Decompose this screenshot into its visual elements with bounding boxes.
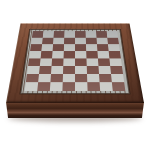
frame-front-side — [6, 102, 144, 118]
square-f3 — [87, 66, 99, 74]
square-b3 — [39, 66, 52, 74]
board-perspective-wrap — [6, 0, 144, 103]
square-g1 — [100, 82, 113, 91]
square-d6 — [64, 44, 75, 51]
square-b1 — [37, 82, 50, 91]
square-e4 — [75, 58, 87, 66]
square-e3 — [75, 66, 87, 74]
square-d3 — [63, 66, 75, 74]
square-h3 — [110, 66, 123, 74]
square-f5 — [86, 51, 98, 58]
square-h4 — [109, 58, 122, 66]
square-c6 — [53, 44, 64, 51]
square-g5 — [97, 51, 109, 58]
square-h1 — [112, 82, 125, 91]
square-c3 — [51, 66, 63, 74]
square-d2 — [63, 74, 75, 82]
square-f6 — [86, 44, 97, 51]
square-d4 — [63, 58, 75, 66]
square-g6 — [97, 44, 109, 51]
square-f2 — [87, 74, 100, 82]
square-c2 — [50, 74, 63, 82]
square-a3 — [27, 66, 40, 74]
square-c4 — [52, 58, 64, 66]
square-h5 — [109, 51, 121, 58]
square-b4 — [40, 58, 52, 66]
square-f1 — [87, 82, 100, 91]
square-c5 — [52, 51, 64, 58]
square-c1 — [50, 82, 63, 91]
square-e1 — [75, 82, 88, 91]
square-h2 — [111, 74, 124, 82]
square-a5 — [29, 51, 41, 58]
square-f4 — [86, 58, 98, 66]
metal-trim-border — [20, 29, 129, 93]
square-d1 — [62, 82, 75, 91]
square-b5 — [41, 51, 53, 58]
square-g3 — [98, 66, 111, 74]
square-h6 — [108, 44, 120, 51]
square-b2 — [38, 74, 51, 82]
square-a6 — [30, 44, 42, 51]
square-a1 — [25, 82, 38, 91]
square-a2 — [26, 74, 39, 82]
square-e6 — [75, 44, 86, 51]
square-g4 — [98, 58, 110, 66]
square-g2 — [99, 74, 112, 82]
square-a4 — [28, 58, 41, 66]
checkerboard-grid — [25, 31, 126, 91]
square-e2 — [75, 74, 87, 82]
square-e5 — [75, 51, 86, 58]
photo-stage — [0, 0, 150, 150]
square-b6 — [41, 44, 53, 51]
chess-board — [6, 23, 144, 103]
square-d5 — [64, 51, 75, 58]
